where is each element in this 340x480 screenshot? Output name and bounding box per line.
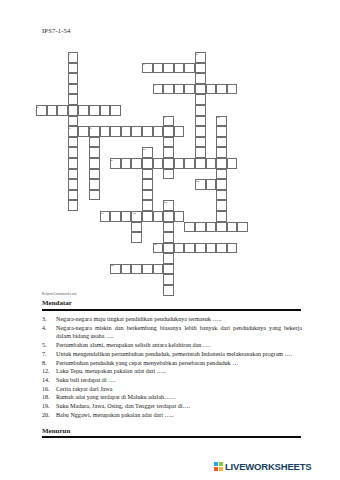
- crossword-cell[interactable]: [195, 243, 206, 254]
- crossword-void: [110, 200, 121, 211]
- crossword-cell[interactable]: [68, 200, 79, 211]
- crossword-void: [153, 253, 164, 264]
- across-section-title: Mendatar: [42, 299, 72, 307]
- clue-item: 7.Untuk mengendalikan pertumbuhan pendud…: [42, 350, 302, 359]
- crossword-cell[interactable]: 9: [89, 126, 100, 137]
- crossword-cell[interactable]: [68, 84, 79, 95]
- crossword-cell[interactable]: [195, 158, 206, 169]
- crossword-cell[interactable]: [131, 126, 142, 137]
- crossword-void: [57, 190, 68, 201]
- crossword-cell[interactable]: [131, 222, 142, 233]
- crossword-cell[interactable]: [68, 158, 79, 169]
- crossword-void: [110, 274, 121, 285]
- crossword-void: [89, 285, 100, 296]
- crossword-cell[interactable]: [195, 63, 206, 74]
- crossword-void: [121, 179, 132, 190]
- crossword-cell[interactable]: [110, 105, 121, 116]
- crossword-void: [47, 169, 58, 180]
- crossword-cell[interactable]: [174, 158, 185, 169]
- crossword-void: [131, 285, 142, 296]
- clue-item-number: 3.: [42, 315, 56, 324]
- crossword-void: [47, 253, 58, 264]
- crossword-void: [121, 285, 132, 296]
- crossword-cell[interactable]: 2: [195, 52, 206, 63]
- crossword-cell[interactable]: 5: [36, 105, 47, 116]
- crossword-void: [195, 211, 206, 222]
- crossword-cell[interactable]: [163, 253, 174, 264]
- crossword-void: [89, 84, 100, 95]
- crossword-cell[interactable]: [131, 158, 142, 169]
- crossword-void: [89, 222, 100, 233]
- crossword-void: [153, 200, 164, 211]
- crossword-cell[interactable]: [216, 200, 227, 211]
- clue-number: 15: [133, 212, 136, 215]
- crossword-void: [57, 264, 68, 275]
- crossword-void: [78, 285, 89, 296]
- crossword-cell[interactable]: [216, 158, 227, 169]
- crossword-void: [36, 52, 47, 63]
- crossword-cell[interactable]: 13: [163, 200, 174, 211]
- crossword-cell[interactable]: [89, 137, 100, 148]
- crossword-void: [174, 169, 185, 180]
- crossword-void: [163, 73, 174, 84]
- clue-number: 3: [143, 63, 144, 66]
- crossword-void: [100, 137, 111, 148]
- crossword-cell[interactable]: [121, 264, 132, 275]
- crossword-void: [227, 52, 238, 63]
- clue-item-number: 14.: [42, 376, 56, 385]
- crossword-cell[interactable]: [163, 264, 174, 275]
- crossword-void: [57, 169, 68, 180]
- clue-item-text: Babu Nggawi, merupakan pakaian adat dari…: [56, 411, 302, 420]
- crossword-cell[interactable]: [89, 105, 100, 116]
- crossword-cell[interactable]: [163, 126, 174, 137]
- crossword-cell[interactable]: 6: [163, 116, 174, 127]
- crossword-void: [121, 190, 132, 201]
- crossword-void: [206, 105, 217, 116]
- crossword-cell[interactable]: [163, 169, 174, 180]
- crossword-void: [174, 200, 185, 211]
- crossword-cell[interactable]: [163, 243, 174, 254]
- crossword-void: [36, 264, 47, 275]
- crossword-cell[interactable]: [153, 211, 164, 222]
- crossword-void: [153, 105, 164, 116]
- crossword-void: [121, 52, 132, 63]
- crossword-cell[interactable]: [195, 126, 206, 137]
- crossword-cell[interactable]: [206, 84, 217, 95]
- crossword-void: [227, 73, 238, 84]
- clue-item-number: 7.: [42, 350, 56, 359]
- crossword-cell[interactable]: [163, 137, 174, 148]
- crossword-cell[interactable]: [89, 147, 100, 158]
- crossword-void: [121, 137, 132, 148]
- crossword-void: [78, 200, 89, 211]
- crossword-void: [131, 200, 142, 211]
- crossword-cell[interactable]: [195, 105, 206, 116]
- crossword-void: [131, 243, 142, 254]
- crossword-cell[interactable]: 4: [153, 84, 164, 95]
- crossword-cell[interactable]: [163, 232, 174, 243]
- crossword-cell[interactable]: [163, 84, 174, 95]
- crossword-cell[interactable]: [121, 158, 132, 169]
- crossword-cell[interactable]: [142, 158, 153, 169]
- crossword-cell[interactable]: [153, 63, 164, 74]
- crossword-cell[interactable]: [174, 243, 185, 254]
- crossword-void: [174, 190, 185, 201]
- crossword-void: [89, 211, 100, 222]
- crossword-void: [142, 137, 153, 148]
- crossword-cell[interactable]: [174, 84, 185, 95]
- crossword-void: [57, 147, 68, 158]
- crossword-void: [206, 137, 217, 148]
- crossword-void: [131, 73, 142, 84]
- crossword-void: [47, 73, 58, 84]
- crossword-void: [184, 73, 195, 84]
- crossword-void: [142, 105, 153, 116]
- crossword-cell[interactable]: [174, 63, 185, 74]
- crossword-cell[interactable]: [227, 222, 238, 233]
- crossword-cell[interactable]: 20: [110, 264, 121, 275]
- crossword-void: [227, 116, 238, 127]
- crossword-cell[interactable]: [195, 94, 206, 105]
- crossword-cell[interactable]: [163, 63, 174, 74]
- crossword-void: [237, 169, 248, 180]
- crossword-void: [89, 232, 100, 243]
- crossword-void: [36, 253, 47, 264]
- crossword-cell[interactable]: [110, 126, 121, 137]
- crossword-cell[interactable]: [163, 158, 174, 169]
- crossword-cell[interactable]: [68, 94, 79, 105]
- crossword-void: [78, 264, 89, 275]
- crossword-cell[interactable]: 14: [100, 211, 111, 222]
- crossword-void: [237, 243, 248, 254]
- crossword-void: [237, 158, 248, 169]
- crossword-void: [110, 147, 121, 158]
- crossword-cell[interactable]: [142, 200, 153, 211]
- crossword-cell[interactable]: [142, 211, 153, 222]
- crossword-void: [237, 52, 248, 63]
- crossword-void: [47, 232, 58, 243]
- crossword-void: [78, 169, 89, 180]
- crossword-void: [131, 147, 142, 158]
- crossword-void: [100, 232, 111, 243]
- crossword-cell[interactable]: [142, 264, 153, 275]
- crossword-cell[interactable]: [153, 126, 164, 137]
- crossword-cell[interactable]: [184, 222, 195, 233]
- crossword-void: [216, 264, 227, 275]
- crossword-cell[interactable]: [142, 169, 153, 180]
- crossword-void: [142, 84, 153, 95]
- crossword-void: [100, 243, 111, 254]
- crossword-cell[interactable]: [100, 105, 111, 116]
- crossword-cell[interactable]: 15: [131, 211, 142, 222]
- crossword-cell[interactable]: [195, 73, 206, 84]
- crossword-cell[interactable]: [216, 179, 227, 190]
- crossword-void: [68, 274, 79, 285]
- crossword-void: [89, 63, 100, 74]
- crossword-void: [47, 137, 58, 148]
- crossword-void: [195, 285, 206, 296]
- crossword-void: [100, 222, 111, 233]
- crossword-cell[interactable]: [216, 137, 227, 148]
- crossword-void: [237, 253, 248, 264]
- crossword-void: [78, 232, 89, 243]
- crossword-cell[interactable]: [216, 222, 227, 233]
- crossword-void: [184, 190, 195, 201]
- crossword-cell[interactable]: [153, 158, 164, 169]
- crossword-void: [89, 52, 100, 63]
- logo-icon-square: [214, 462, 218, 466]
- clue-number: 14: [101, 212, 104, 215]
- crossword-cell[interactable]: [227, 158, 238, 169]
- crossword-cell[interactable]: [184, 63, 195, 74]
- crossword-void: [57, 179, 68, 190]
- crossword-cell[interactable]: [68, 116, 79, 127]
- crossword-void: [227, 63, 238, 74]
- crossword-cell[interactable]: [163, 222, 174, 233]
- crossword-void: [121, 222, 132, 233]
- crossword-cell[interactable]: [195, 84, 206, 95]
- crossword-void: [78, 274, 89, 285]
- crossword-void: [89, 274, 100, 285]
- crossword-void: [174, 116, 185, 127]
- crossword-cell[interactable]: [68, 147, 79, 158]
- crossword-void: [100, 94, 111, 105]
- crossword-void: [216, 232, 227, 243]
- crossword-cell[interactable]: [237, 222, 248, 233]
- crossword-void: [47, 84, 58, 95]
- crossword-cell[interactable]: [216, 169, 227, 180]
- crossword-void: [89, 200, 100, 211]
- crossword-cell[interactable]: 7: [68, 126, 79, 137]
- crossword-cell[interactable]: [206, 243, 217, 254]
- crossword-void: [68, 232, 79, 243]
- crossword-cell[interactable]: [153, 264, 164, 275]
- logo-icon-square: [219, 462, 223, 466]
- crossword-cell[interactable]: 11: [216, 116, 227, 127]
- crossword-void: [100, 147, 111, 158]
- crossword-cell[interactable]: [216, 84, 227, 95]
- crossword-void: [121, 147, 132, 158]
- crossword-cell[interactable]: [184, 84, 195, 95]
- clue-number: 6: [164, 116, 165, 119]
- crossword-cell[interactable]: [163, 285, 174, 296]
- clue-number: 1: [69, 53, 70, 56]
- crossword-void: [57, 84, 68, 95]
- crossword-cell[interactable]: [184, 243, 195, 254]
- crossword-cell[interactable]: [206, 179, 217, 190]
- crossword-cell[interactable]: [121, 126, 132, 137]
- crossword-cell[interactable]: 3: [142, 63, 153, 74]
- crossword-void: [237, 137, 248, 148]
- crossword-cell[interactable]: [89, 190, 100, 201]
- crossword-cell[interactable]: [216, 243, 227, 254]
- crossword-cell[interactable]: [68, 63, 79, 74]
- across-clues-list: 3.Negara-negara maju tingkat pendidikan …: [42, 315, 302, 419]
- crossword-cell[interactable]: [89, 158, 100, 169]
- crossword-void: [206, 147, 217, 158]
- crossword-cell[interactable]: [131, 264, 142, 275]
- crossword-void: [174, 222, 185, 233]
- crossword-cell[interactable]: [184, 158, 195, 169]
- crossword-cell[interactable]: [100, 126, 111, 137]
- crossword-void: [216, 63, 227, 74]
- crossword-void: [78, 211, 89, 222]
- down-section-title: Menurun: [42, 427, 70, 435]
- crossword-void: [131, 105, 142, 116]
- crossword-grid: 1234561179108121314151820: [36, 52, 248, 296]
- crossword-void: [78, 147, 89, 158]
- crossword-void: [174, 285, 185, 296]
- crossword-cell[interactable]: [195, 222, 206, 233]
- clue-item-text: Negara-negara miskin dan berkembang bias…: [56, 324, 302, 341]
- crossword-void: [206, 126, 217, 137]
- crossword-void: [184, 52, 195, 63]
- crossword-cell[interactable]: [174, 211, 185, 222]
- crossword-void: [206, 116, 217, 127]
- crossword-cell[interactable]: [78, 126, 89, 137]
- crossword-void: [100, 63, 111, 74]
- clue-item: 19.Suku Madura, Jawa, Osing, dan Tengger…: [42, 402, 302, 411]
- crossword-cell[interactable]: [227, 243, 238, 254]
- crossword-void: [142, 73, 153, 84]
- clue-number: 4: [154, 84, 155, 87]
- crossword-void: [100, 200, 111, 211]
- crossword-void: [227, 179, 238, 190]
- clue-item: 8.Pertumbuhan penduduk yang cepat menyeb…: [42, 359, 302, 368]
- crossword-cell[interactable]: [195, 147, 206, 158]
- crossword-void: [142, 94, 153, 105]
- crossword-cell[interactable]: [110, 211, 121, 222]
- crossword-void: [237, 126, 248, 137]
- crossword-cell[interactable]: [57, 105, 68, 116]
- clue-number: 2: [196, 53, 197, 56]
- crossword-cell[interactable]: [68, 169, 79, 180]
- crossword-void: [153, 232, 164, 243]
- crossword-void: [237, 274, 248, 285]
- crossword-cell[interactable]: [78, 105, 89, 116]
- crossword-cell[interactable]: [68, 73, 79, 84]
- crossword-cell[interactable]: 1: [68, 52, 79, 63]
- crossword-cell[interactable]: [142, 190, 153, 201]
- crossword-void: [131, 63, 142, 74]
- clue-number: 12: [196, 180, 199, 183]
- crossword-cell[interactable]: [68, 137, 79, 148]
- crossword-cell[interactable]: [121, 211, 132, 222]
- crossword-cell[interactable]: [131, 232, 142, 243]
- crossword-cell[interactable]: 18: [153, 243, 164, 254]
- crossword-void: [216, 52, 227, 63]
- clue-number: 20: [111, 264, 114, 267]
- crossword-void: [227, 264, 238, 275]
- crossword-void: [131, 179, 142, 190]
- crossword-void: [216, 94, 227, 105]
- crossword-void: [163, 52, 174, 63]
- crossword-cell[interactable]: [163, 211, 174, 222]
- crossword-cell[interactable]: [216, 190, 227, 201]
- crossword-cell[interactable]: [216, 211, 227, 222]
- crossword-void: [47, 52, 58, 63]
- crossword-void: [206, 63, 217, 74]
- crossword-void: [184, 285, 195, 296]
- crossword-void: [68, 243, 79, 254]
- crossword-void: [36, 147, 47, 158]
- crossword-void: [68, 253, 79, 264]
- crossword-void: [131, 253, 142, 264]
- crossword-cell[interactable]: [89, 179, 100, 190]
- crossword-void: [174, 253, 185, 264]
- crossword-void: [184, 211, 195, 222]
- liveworksheets-logo: LIVEWORKSHEETS: [214, 461, 311, 472]
- clue-number: 10: [143, 148, 146, 151]
- crossword-void: [184, 264, 195, 275]
- crossword-cell[interactable]: [163, 274, 174, 285]
- clue-number: 8: [111, 159, 112, 162]
- crossword-cell[interactable]: [195, 116, 206, 127]
- crossword-cell[interactable]: [216, 147, 227, 158]
- crossword-void: [121, 84, 132, 95]
- crossword-cell[interactable]: [206, 158, 217, 169]
- crossword-void: [110, 179, 121, 190]
- crossword-void: [57, 253, 68, 264]
- crossword-cell[interactable]: [68, 190, 79, 201]
- crossword-cell[interactable]: [142, 126, 153, 137]
- crossword-void: [184, 116, 195, 127]
- crossword-void: [184, 169, 195, 180]
- crossword-void: [153, 274, 164, 285]
- crossword-void: [110, 63, 121, 74]
- crossword-cell[interactable]: [163, 147, 174, 158]
- clue-number: 18: [154, 243, 157, 246]
- crossword-void: [131, 169, 142, 180]
- crossword-cell[interactable]: [206, 222, 217, 233]
- liveworksheets-grid-icon: [214, 462, 223, 471]
- crossword-void: [153, 222, 164, 233]
- crossword-cell[interactable]: [89, 169, 100, 180]
- clue-item-text: Untuk mengendalikan pertumbuhan penduduk…: [56, 350, 302, 359]
- crossword-void: [36, 73, 47, 84]
- crossword-void: [57, 52, 68, 63]
- crossword-void: [227, 211, 238, 222]
- clue-item-text: Suku Madura, Jawa, Osing, dan Tengger te…: [56, 402, 302, 411]
- crossword-cell[interactable]: 8: [110, 158, 121, 169]
- crossword-cell[interactable]: 10: [142, 147, 153, 158]
- clue-number: 11: [217, 116, 220, 119]
- crossword-cell[interactable]: [174, 126, 185, 137]
- crossword-void: [206, 253, 217, 264]
- crossword-cell[interactable]: [216, 126, 227, 137]
- crossword-void: [184, 253, 195, 264]
- crossword-cell[interactable]: [142, 179, 153, 190]
- clue-item-number: 5.: [42, 341, 56, 350]
- crossword-void: [195, 232, 206, 243]
- crossword-cell[interactable]: [195, 137, 206, 148]
- crossword-void: [195, 264, 206, 275]
- crossword-void: [78, 158, 89, 169]
- clue-item: 16.Cerita rakyat dari Jawa: [42, 385, 302, 394]
- crossword-void: [47, 116, 58, 127]
- crossword-void: [174, 147, 185, 158]
- crossword-void: [89, 116, 100, 127]
- crossword-void: [68, 264, 79, 275]
- crossword-cell[interactable]: [227, 84, 238, 95]
- crossword-void: [89, 264, 100, 275]
- crossword-cell[interactable]: [68, 105, 79, 116]
- crossword-void: [227, 94, 238, 105]
- crossword-cell[interactable]: 12: [195, 179, 206, 190]
- crossword-cell[interactable]: [47, 105, 58, 116]
- crossword-cell[interactable]: [68, 179, 79, 190]
